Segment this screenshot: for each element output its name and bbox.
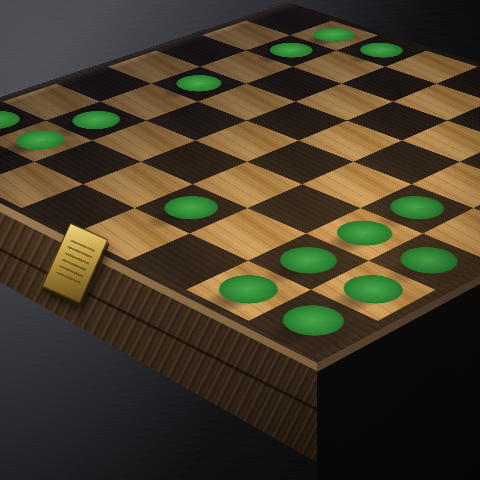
board: ♜♞♝♟♟♟♟♜♟♟♟♟♟♟♞ bbox=[0, 2, 480, 366]
latch-engraving bbox=[55, 239, 95, 286]
chess-set-photo: ♜♞♝♟♟♟♟♜♟♟♟♟♟♟♞ bbox=[0, 0, 480, 480]
